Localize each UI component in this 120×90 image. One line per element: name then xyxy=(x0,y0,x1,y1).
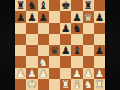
square-c1[interactable] xyxy=(38,79,49,90)
square-h4[interactable]: ♟ xyxy=(94,45,105,56)
square-g4[interactable] xyxy=(83,45,94,56)
chess-board: ♜♞♝♚♜♟♟♟♟♛♟♟♞♛♟♝♟♞♟♟♟♟♟♟♚♜♝♞♜ xyxy=(15,0,105,90)
square-d6[interactable] xyxy=(49,23,60,34)
piece-white-bishop-f1[interactable]: ♝ xyxy=(72,79,81,89)
square-c4[interactable] xyxy=(38,45,49,56)
square-b4[interactable] xyxy=(26,45,37,56)
piece-black-knight-b8[interactable]: ♞ xyxy=(27,0,36,10)
piece-white-rook-e1[interactable]: ♜ xyxy=(61,79,70,89)
square-f3[interactable] xyxy=(71,56,82,67)
square-a6[interactable] xyxy=(15,23,26,34)
square-c7[interactable]: ♟ xyxy=(38,11,49,22)
square-h2[interactable]: ♟ xyxy=(94,68,105,79)
piece-white-pawn-b2[interactable]: ♟ xyxy=(27,68,36,78)
square-d3[interactable] xyxy=(49,56,60,67)
square-f5[interactable] xyxy=(71,34,82,45)
square-a3[interactable] xyxy=(15,56,26,67)
piece-black-pawn-h4[interactable]: ♟ xyxy=(95,45,104,55)
square-d2[interactable] xyxy=(49,68,60,79)
square-b1[interactable]: ♚ xyxy=(26,79,37,90)
piece-black-bishop-f4[interactable]: ♝ xyxy=(72,45,81,55)
piece-white-pawn-c2[interactable]: ♟ xyxy=(38,68,47,78)
piece-black-queen-d4[interactable]: ♛ xyxy=(50,45,59,55)
square-d8[interactable] xyxy=(49,0,60,11)
square-e8[interactable]: ♚ xyxy=(60,0,71,11)
square-g1[interactable]: ♞ xyxy=(83,79,94,90)
piece-black-pawn-e6[interactable]: ♟ xyxy=(61,23,70,33)
square-e5[interactable] xyxy=(60,34,71,45)
piece-white-pawn-g2[interactable]: ♟ xyxy=(83,68,92,78)
piece-white-pawn-a2[interactable]: ♟ xyxy=(16,68,25,78)
piece-black-pawn-f7[interactable]: ♟ xyxy=(72,11,81,21)
square-f8[interactable] xyxy=(71,0,82,11)
square-e7[interactable] xyxy=(60,11,71,22)
square-b3[interactable] xyxy=(26,56,37,67)
square-e3[interactable] xyxy=(60,56,71,67)
square-g8[interactable]: ♜ xyxy=(83,0,94,11)
square-e4[interactable]: ♟ xyxy=(60,45,71,56)
square-b5[interactable] xyxy=(26,34,37,45)
piece-white-knight-c3[interactable]: ♞ xyxy=(38,56,47,66)
piece-black-pawn-h7[interactable]: ♟ xyxy=(95,11,104,21)
square-g5[interactable] xyxy=(83,34,94,45)
piece-white-pawn-f2[interactable]: ♟ xyxy=(72,68,81,78)
piece-black-bishop-c8[interactable]: ♝ xyxy=(38,0,47,10)
square-g7[interactable]: ♛ xyxy=(83,11,94,22)
square-d4[interactable]: ♛ xyxy=(49,45,60,56)
square-e6[interactable]: ♟ xyxy=(60,23,71,34)
square-a2[interactable]: ♟ xyxy=(15,68,26,79)
square-h8[interactable] xyxy=(94,0,105,11)
piece-black-rook-a8[interactable]: ♜ xyxy=(16,0,25,10)
square-d7[interactable] xyxy=(49,11,60,22)
piece-white-rook-h1[interactable]: ♜ xyxy=(95,79,104,89)
square-d5[interactable] xyxy=(49,34,60,45)
square-c8[interactable]: ♝ xyxy=(38,0,49,11)
square-a4[interactable] xyxy=(15,45,26,56)
square-b7[interactable]: ♟ xyxy=(26,11,37,22)
piece-black-king-e8[interactable]: ♚ xyxy=(61,0,70,10)
piece-white-king-b1[interactable]: ♚ xyxy=(27,79,36,89)
square-a8[interactable]: ♜ xyxy=(15,0,26,11)
piece-white-knight-g1[interactable]: ♞ xyxy=(83,79,92,89)
piece-black-knight-f6[interactable]: ♞ xyxy=(72,23,81,33)
square-c2[interactable]: ♟ xyxy=(38,68,49,79)
piece-black-pawn-c7[interactable]: ♟ xyxy=(38,11,47,21)
square-c5[interactable] xyxy=(38,34,49,45)
square-h5[interactable] xyxy=(94,34,105,45)
square-e2[interactable] xyxy=(60,68,71,79)
square-a5[interactable] xyxy=(15,34,26,45)
square-f7[interactable]: ♟ xyxy=(71,11,82,22)
square-h6[interactable] xyxy=(94,23,105,34)
piece-white-pawn-h2[interactable]: ♟ xyxy=(95,68,104,78)
piece-black-pawn-e4[interactable]: ♟ xyxy=(61,45,70,55)
square-h7[interactable]: ♟ xyxy=(94,11,105,22)
square-h1[interactable]: ♜ xyxy=(94,79,105,90)
square-b8[interactable]: ♞ xyxy=(26,0,37,11)
square-g2[interactable]: ♟ xyxy=(83,68,94,79)
piece-black-pawn-a7[interactable]: ♟ xyxy=(16,11,25,21)
piece-white-queen-g7[interactable]: ♛ xyxy=(83,11,92,21)
chess-app-background: ♜♞♝♚♜♟♟♟♟♛♟♟♞♛♟♝♟♞♟♟♟♟♟♟♚♜♝♞♜ xyxy=(0,0,120,90)
square-e1[interactable]: ♜ xyxy=(60,79,71,90)
square-c6[interactable] xyxy=(38,23,49,34)
square-b2[interactable]: ♟ xyxy=(26,68,37,79)
square-g6[interactable] xyxy=(83,23,94,34)
piece-black-pawn-b7[interactable]: ♟ xyxy=(27,11,36,21)
square-d1[interactable] xyxy=(49,79,60,90)
square-a7[interactable]: ♟ xyxy=(15,11,26,22)
square-c3[interactable]: ♞ xyxy=(38,56,49,67)
square-h3[interactable] xyxy=(94,56,105,67)
square-f1[interactable]: ♝ xyxy=(71,79,82,90)
square-f6[interactable]: ♞ xyxy=(71,23,82,34)
square-f4[interactable]: ♝ xyxy=(71,45,82,56)
square-g3[interactable] xyxy=(83,56,94,67)
square-a1[interactable] xyxy=(15,79,26,90)
square-b6[interactable] xyxy=(26,23,37,34)
piece-black-rook-g8[interactable]: ♜ xyxy=(83,0,92,10)
square-f2[interactable]: ♟ xyxy=(71,68,82,79)
